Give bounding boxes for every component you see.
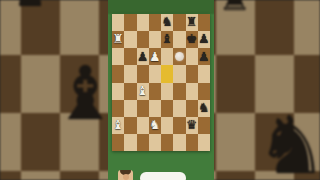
square-b4[interactable] (124, 83, 136, 100)
square-e2[interactable] (161, 117, 173, 134)
square-a6[interactable] (112, 48, 124, 65)
square-g6[interactable] (186, 48, 198, 65)
caption-pill[interactable] (140, 172, 186, 180)
square-b5[interactable] (124, 65, 136, 82)
square-b8[interactable] (124, 14, 136, 31)
ghost-queen-blob (175, 52, 184, 61)
square-f1[interactable] (173, 134, 185, 151)
square-g4[interactable] (186, 83, 198, 100)
square-a8[interactable] (112, 14, 124, 31)
piece-black-rook-g8[interactable]: ♜ (186, 14, 198, 31)
piece-white-bishop-a2[interactable]: ♝ (112, 117, 124, 134)
piece-white-knight-d2[interactable]: ♞ (149, 117, 161, 134)
square-c7[interactable] (137, 31, 149, 48)
square-d1[interactable] (149, 134, 161, 151)
square-h1[interactable] (198, 134, 210, 151)
square-d4[interactable] (149, 83, 161, 100)
piece-white-bishop-c4[interactable]: ♝ (137, 83, 149, 100)
square-d5[interactable] (149, 65, 161, 82)
square-b3[interactable] (124, 100, 136, 117)
square-c2[interactable] (137, 117, 149, 134)
piece-black-pawn-h7[interactable]: ♟ (198, 31, 210, 48)
piece-white-rook-a7[interactable]: ♜ (112, 31, 124, 48)
square-h8[interactable] (198, 14, 210, 31)
chess-board[interactable]: ♞♜♜♝♚♟♟♟♟♝♞♝♞♛ (112, 14, 210, 151)
square-c5[interactable] (137, 65, 149, 82)
square-g1[interactable] (186, 134, 198, 151)
square-c8[interactable] (137, 14, 149, 31)
square-f3[interactable] (173, 100, 185, 117)
piece-white-pawn-d6[interactable]: ♟ (149, 48, 161, 65)
square-e5[interactable] (161, 65, 173, 82)
square-e6[interactable] (161, 48, 173, 65)
square-c3[interactable] (137, 100, 149, 117)
bg-piece-fragment-top-left: ♟ (14, 0, 46, 12)
square-h4[interactable] (198, 83, 210, 100)
square-b1[interactable] (124, 134, 136, 151)
square-b2[interactable] (124, 117, 136, 134)
square-f8[interactable] (173, 14, 185, 31)
channel-avatar[interactable] (118, 170, 133, 180)
square-a1[interactable] (112, 134, 124, 151)
bg-piece-fragment-top-right: ♜ (218, 0, 252, 16)
square-d3[interactable] (149, 100, 161, 117)
square-a3[interactable] (112, 100, 124, 117)
square-h5[interactable] (198, 65, 210, 82)
square-a5[interactable] (112, 65, 124, 82)
square-e3[interactable] (161, 100, 173, 117)
piece-black-pawn-c6[interactable]: ♟ (137, 48, 149, 65)
square-c1[interactable] (137, 134, 149, 151)
video-frame: ♝♞♟♜ ♞♜♜♝♚♟♟♟♟♝♞♝♞♛ (0, 0, 320, 180)
piece-black-queen-g2[interactable]: ♛ (186, 117, 198, 134)
square-f5[interactable] (173, 65, 185, 82)
piece-black-bishop-e7[interactable]: ♝ (161, 31, 173, 48)
square-a4[interactable] (112, 83, 124, 100)
piece-black-knight-e8[interactable]: ♞ (161, 14, 173, 31)
square-g5[interactable] (186, 65, 198, 82)
piece-black-pawn-h6[interactable]: ♟ (198, 48, 210, 65)
avatar-face (123, 174, 129, 180)
square-f4[interactable] (173, 83, 185, 100)
piece-black-knight-h3[interactable]: ♞ (198, 100, 210, 117)
square-e1[interactable] (161, 134, 173, 151)
square-b7[interactable] (124, 31, 136, 48)
video-strip: ♞♜♜♝♚♟♟♟♟♝♞♝♞♛ (108, 0, 214, 180)
square-d8[interactable] (149, 14, 161, 31)
square-h2[interactable] (198, 117, 210, 134)
square-g3[interactable] (186, 100, 198, 117)
piece-black-king-g7[interactable]: ♚ (186, 31, 198, 48)
ghost-piece-white-queen-f6[interactable] (173, 48, 185, 65)
square-f7[interactable] (173, 31, 185, 48)
square-f2[interactable] (173, 117, 185, 134)
bg-knight-glyph: ♞ (256, 106, 320, 180)
square-e4[interactable] (161, 83, 173, 100)
square-b6[interactable] (124, 48, 136, 65)
square-d7[interactable] (149, 31, 161, 48)
